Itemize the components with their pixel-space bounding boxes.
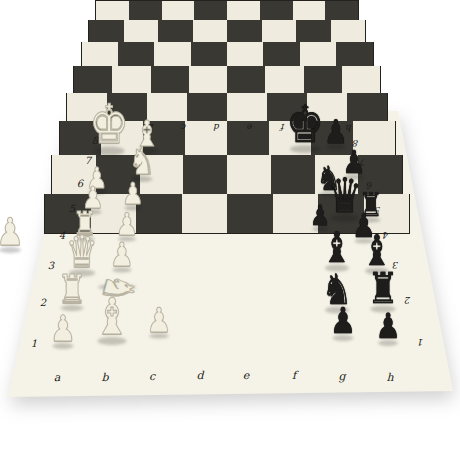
black-pawn-h7: ♟ bbox=[340, 146, 369, 178]
white-rook-a2: ♜ bbox=[54, 269, 90, 309]
white-pawn-shadow bbox=[0, 247, 21, 253]
pawn-glyph: ♟ bbox=[86, 164, 107, 193]
bishop-glyph: ♝ bbox=[94, 292, 131, 342]
white-queen-a3: ♛ bbox=[62, 230, 101, 274]
white-bishop-shadow bbox=[98, 337, 127, 345]
black-bishop-shadow bbox=[365, 268, 389, 275]
rook-glyph: ♜ bbox=[367, 267, 399, 310]
white-pawn-b3: ♟ bbox=[107, 238, 137, 271]
black-pawn-shadow bbox=[333, 335, 354, 341]
white-king-shadow bbox=[94, 147, 125, 156]
white-pawn-shadow bbox=[118, 237, 136, 242]
black-pawn-h4: ♟ bbox=[349, 209, 379, 242]
knight-glyph: ♞ bbox=[317, 161, 342, 195]
chess-set-product-photo: abcdefghabcdefgh1234567812345678 ♚♝♞♟♟♟♜… bbox=[0, 0, 460, 460]
white-pawn-shadow bbox=[53, 343, 74, 349]
black-pawn-shadow bbox=[378, 340, 398, 346]
black-rook-shadow bbox=[371, 306, 396, 313]
black-rook-h5: ♜ bbox=[356, 188, 386, 221]
black-queen-g5: ♛ bbox=[323, 171, 366, 219]
white-pawn-a1: ♟ bbox=[47, 311, 79, 347]
knight-glyph: ♞ bbox=[322, 269, 353, 311]
white-pawn-shadow bbox=[125, 206, 142, 211]
black-knight-g6: ♞ bbox=[314, 161, 344, 195]
black-knight-shadow bbox=[319, 192, 339, 197]
pawn-glyph: ♟ bbox=[330, 303, 356, 339]
king-glyph: ♚ bbox=[89, 98, 129, 152]
white-pawn-shadow bbox=[113, 268, 132, 273]
pawn-glyph: ♟ bbox=[375, 309, 401, 344]
white-rook-a4: ♜ bbox=[70, 207, 100, 240]
pawn-glyph: ♟ bbox=[50, 311, 76, 347]
white-rook-shadow bbox=[61, 305, 84, 311]
knight-glyph: ♞ bbox=[129, 144, 155, 180]
rook-glyph: ♜ bbox=[359, 188, 383, 221]
white-pawn-shadow bbox=[89, 190, 106, 195]
queen-glyph: ♛ bbox=[327, 171, 362, 219]
black-pawn-g1: ♟ bbox=[327, 303, 359, 339]
black-rook-shadow bbox=[362, 218, 381, 223]
white-pawn-a6: ♟ bbox=[84, 164, 110, 193]
white-pawn-shadow bbox=[149, 334, 169, 339]
white-bishop-b8: ♝ bbox=[131, 116, 163, 152]
pawn-glyph: ♟ bbox=[0, 213, 24, 251]
bishop-glyph: ♝ bbox=[134, 116, 160, 152]
black-pawn-h8: ♟ bbox=[321, 115, 351, 148]
white-bishop-b1: ♝ bbox=[90, 292, 135, 342]
pawn-glyph: ♟ bbox=[122, 179, 144, 209]
white-queen-shadow bbox=[69, 270, 95, 277]
white-knight-b7: ♞ bbox=[126, 144, 158, 180]
bishop-glyph: ♝ bbox=[362, 230, 393, 272]
black-rook-h2: ♜ bbox=[364, 267, 403, 310]
pawn-glyph: ♟ bbox=[116, 209, 139, 240]
black-pawn-shadow bbox=[312, 227, 328, 231]
black-pawn-h1: ♟ bbox=[372, 309, 403, 344]
pawn-glyph: ♟ bbox=[324, 115, 348, 148]
black-pawn-shadow bbox=[327, 145, 346, 150]
black-king-g8: ♚ bbox=[282, 98, 329, 150]
king-glyph: ♚ bbox=[286, 98, 324, 150]
pawn-glyph: ♟ bbox=[310, 202, 331, 230]
black-bishop-shadow bbox=[325, 265, 349, 272]
white-pawn-off-board-left: ♟ bbox=[0, 213, 27, 251]
bishop-glyph: ♝ bbox=[322, 227, 353, 269]
black-bishop-h3: ♝ bbox=[358, 230, 396, 272]
pawn-glyph: ♟ bbox=[352, 209, 376, 242]
white-knight-shadow bbox=[132, 176, 153, 182]
rook-glyph: ♜ bbox=[57, 269, 86, 309]
black-knight-shadow bbox=[325, 307, 349, 314]
white-pawn-a5: ♟ bbox=[80, 183, 107, 213]
black-pawn-g4: ♟ bbox=[307, 202, 332, 230]
black-queen-shadow bbox=[331, 214, 359, 222]
chess-pieces-layer: ♚♝♞♟♟♟♜♟♛♟♜♞♝♟♟♟♚♟♟♞♛♜♟♟♝♝♞♜♟♟ bbox=[0, 0, 460, 460]
black-bishop-g3: ♝ bbox=[318, 227, 356, 269]
white-pawn-b5: ♟ bbox=[120, 179, 147, 209]
black-king-shadow bbox=[290, 145, 320, 153]
white-pawn-c1: ♟ bbox=[144, 303, 174, 337]
white-pawn-shadow bbox=[85, 210, 102, 215]
pawn-glyph: ♟ bbox=[147, 303, 172, 337]
white-pawn-b4: ♟ bbox=[113, 209, 141, 240]
pawn-glyph: ♟ bbox=[110, 238, 134, 271]
pawn-glyph: ♟ bbox=[82, 183, 104, 213]
white-knight-shadow bbox=[98, 284, 136, 290]
white-king-a8: ♚ bbox=[85, 98, 133, 152]
black-knight-g2: ♞ bbox=[318, 269, 356, 311]
white-bishop-shadow bbox=[137, 148, 158, 154]
white-rook-shadow bbox=[76, 237, 95, 242]
rook-glyph: ♜ bbox=[73, 207, 97, 240]
white-knight-b2: ♞ bbox=[85, 248, 121, 288]
pawn-glyph: ♟ bbox=[342, 146, 366, 178]
black-pawn-shadow bbox=[355, 239, 374, 244]
black-pawn-shadow bbox=[345, 175, 364, 180]
knight-glyph: ♞ bbox=[96, 270, 142, 309]
queen-glyph: ♛ bbox=[66, 230, 98, 274]
